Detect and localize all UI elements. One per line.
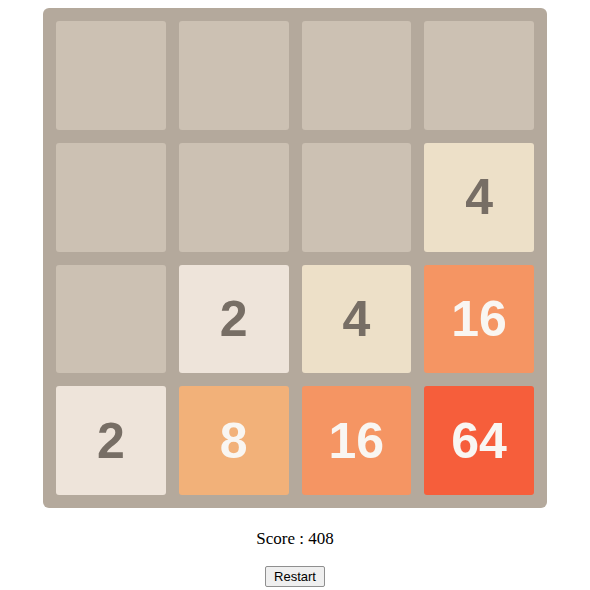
empty-cell xyxy=(56,21,166,130)
restart-button[interactable]: Restart xyxy=(265,566,325,587)
tile-8: 8 xyxy=(179,386,289,495)
page: 42416281664 Score : 408 Restart xyxy=(0,8,590,587)
tile-16: 16 xyxy=(424,265,534,374)
tile-16: 16 xyxy=(302,386,412,495)
empty-cell xyxy=(56,143,166,252)
game-board: 42416281664 xyxy=(43,8,547,508)
empty-cell xyxy=(302,143,412,252)
tile-64: 64 xyxy=(424,386,534,495)
tile-4: 4 xyxy=(424,143,534,252)
score-text: Score : 408 xyxy=(0,529,590,549)
empty-cell xyxy=(179,21,289,130)
empty-cell xyxy=(56,265,166,374)
empty-cell xyxy=(424,21,534,130)
tile-4: 4 xyxy=(302,265,412,374)
tile-2: 2 xyxy=(56,386,166,495)
tile-2: 2 xyxy=(179,265,289,374)
empty-cell xyxy=(179,143,289,252)
empty-cell xyxy=(302,21,412,130)
restart-wrap: Restart xyxy=(0,566,590,587)
